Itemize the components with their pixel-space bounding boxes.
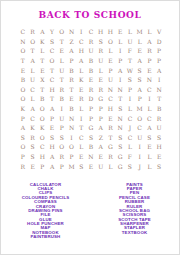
grid-cell: O <box>37 113 47 123</box>
grid-cell: S <box>115 104 125 114</box>
grid-cell: P <box>57 123 67 133</box>
grid-cell: S <box>57 133 67 143</box>
grid-cell: A <box>115 65 125 75</box>
grid-cell: C <box>125 133 135 143</box>
grid-cell: P <box>135 94 145 104</box>
grid-cell: E <box>96 75 106 85</box>
grid-cell: K <box>76 75 86 85</box>
grid-cell: T <box>37 56 47 66</box>
grid-cell: C <box>145 113 155 123</box>
grid-cell: G <box>86 123 96 133</box>
grid-cell: U <box>28 75 38 85</box>
grid-cell: T <box>47 94 57 104</box>
grid-cell: A <box>28 104 38 114</box>
grid-cell: A <box>47 152 57 162</box>
grid-cell: F <box>125 152 135 162</box>
grid-cell: L <box>76 104 86 114</box>
grid-cell: P <box>154 46 164 56</box>
grid-cell: S <box>28 152 38 162</box>
grid-cell: S <box>154 161 164 171</box>
grid-cell: C <box>145 85 155 95</box>
grid-cell: L <box>76 142 86 152</box>
grid-cell: E <box>145 142 155 152</box>
grid-cell: H <box>96 27 106 37</box>
grid-cell: O <box>18 94 28 104</box>
grid-cell: Y <box>47 27 57 37</box>
grid-cell: S <box>125 75 135 85</box>
grid-cell: N <box>115 123 125 133</box>
grid-cell: H <box>154 142 164 152</box>
grid-cell: G <box>96 94 106 104</box>
grid-cell: S <box>28 142 38 152</box>
grid-cell: U <box>135 133 145 143</box>
grid-cell: R <box>86 85 96 95</box>
grid-cell: E <box>37 65 47 75</box>
grid-cell: J <box>125 123 135 133</box>
grid-cell: B <box>86 142 96 152</box>
grid-cell: T <box>67 85 77 95</box>
grid-cell: P <box>125 85 135 95</box>
grid-cell: S <box>135 75 145 85</box>
grid-cell: L <box>28 94 38 104</box>
grid-cell: O <box>67 142 77 152</box>
grid-cell: T <box>57 75 67 85</box>
grid-cell: I <box>67 133 77 143</box>
grid-cell: P <box>47 113 57 123</box>
grid-cell: I <box>135 152 145 162</box>
grid-cell: T <box>28 46 38 56</box>
grid-cell: A <box>135 56 145 66</box>
grid-cell: R <box>67 75 77 85</box>
grid-cell: A <box>67 46 77 56</box>
grid-cell: E <box>106 56 116 66</box>
grid-cell: E <box>86 161 96 171</box>
grid-cell: C <box>106 94 116 104</box>
grid-cell: A <box>96 142 106 152</box>
grid-cell: P <box>154 56 164 66</box>
grid-cell: S <box>47 37 57 47</box>
grid-cell: C <box>125 113 135 123</box>
grid-cell: C <box>37 142 47 152</box>
grid-cell: J <box>135 161 145 171</box>
grid-cell: S <box>154 133 164 143</box>
grid-cell: P <box>37 161 47 171</box>
grid-cell: K <box>37 123 47 133</box>
grid-cell: O <box>18 142 28 152</box>
grid-cell: E <box>145 65 155 75</box>
grid-cell: O <box>57 142 67 152</box>
word-list-left: CALCULATORCHALKCLIPSCOLOURED PENCILSCOMP… <box>13 182 78 239</box>
grid-cell: A <box>47 104 57 114</box>
grid-cell: R <box>106 123 116 133</box>
grid-cell: V <box>154 27 164 37</box>
grid-cell: A <box>28 56 38 66</box>
grid-cell: L <box>145 161 155 171</box>
grid-cell: U <box>57 65 67 75</box>
grid-cell: T <box>47 65 57 75</box>
grid-cell: K <box>28 123 38 133</box>
grid-cell: R <box>145 46 155 56</box>
grid-cell: L <box>28 65 38 75</box>
grid-cell: L <box>115 37 125 47</box>
grid-cell: D <box>154 37 164 47</box>
grid-cell: S <box>86 133 96 143</box>
grid-cell: R <box>76 94 86 104</box>
grid-cell: B <box>86 65 96 75</box>
grid-cell: I <box>154 75 164 85</box>
grid-cell: A <box>18 123 28 133</box>
grid-cell: E <box>86 75 96 85</box>
grid-cell: G <box>115 152 125 162</box>
grid-cell: L <box>135 37 145 47</box>
worksheet-page: BACK TO SCHOOL CRAYONICHHELMLVNOKSTZCRSO… <box>0 0 180 255</box>
grid-cell: R <box>28 133 38 143</box>
grid-cell: R <box>86 37 96 47</box>
puzzle-title: BACK TO SCHOOL <box>1 10 179 20</box>
grid-cell: E <box>67 94 77 104</box>
grid-cell: H <box>106 27 116 37</box>
grid-cell: T <box>125 56 135 66</box>
grid-cell: L <box>145 152 155 162</box>
grid-cell: C <box>76 133 86 143</box>
word-list-right: PAINTSPAPERPENPENCIL CASERUBBERRULERSCHO… <box>102 182 167 239</box>
grid-cell: T <box>76 123 86 133</box>
grid-cell: N <box>67 27 77 37</box>
grid-cell: E <box>115 27 125 37</box>
grid-cell: A <box>47 161 57 171</box>
grid-cell: P <box>86 113 96 123</box>
grid-cell: E <box>18 65 28 75</box>
grid-cell: N <box>145 75 155 85</box>
grid-cell: S <box>145 133 155 143</box>
grid-cell: P <box>57 161 67 171</box>
grid-cell: E <box>154 152 164 162</box>
grid-cell: E <box>76 85 86 95</box>
grid-cell: U <box>125 37 135 47</box>
grid-cell: L <box>57 56 67 66</box>
grid-cell: C <box>47 46 57 56</box>
grid-cell: R <box>57 85 67 95</box>
grid-cell: I <box>115 46 125 56</box>
grid-cell: H <box>37 152 47 162</box>
grid-cell: I <box>57 104 67 114</box>
grid-cell: F <box>125 46 135 56</box>
grid-cell: L <box>125 104 135 114</box>
grid-cell: R <box>96 46 106 56</box>
grid-cell: L <box>125 142 135 152</box>
grid-cell: L <box>145 104 155 114</box>
grid-cell: N <box>18 37 28 47</box>
grid-cell: L <box>96 65 106 75</box>
grid-cell: S <box>115 142 125 152</box>
grid-cell: B <box>18 75 28 85</box>
grid-cell: A <box>135 85 145 95</box>
grid-cell: B <box>86 56 96 66</box>
grid-cell: A <box>37 27 47 37</box>
grid-cell: C <box>76 37 86 47</box>
grid-cell: A <box>96 123 106 133</box>
grid-cell: O <box>18 46 28 56</box>
grid-cell: R <box>18 161 28 171</box>
grid-cell: I <box>76 27 86 37</box>
grid-cell: U <box>57 113 67 123</box>
grid-cell: L <box>106 46 116 56</box>
grid-cell: M <box>135 104 145 114</box>
grid-cell: O <box>37 104 47 114</box>
grid-cell: L <box>125 27 135 37</box>
grid-cell: N <box>67 113 77 123</box>
word-item: PAINTBRUSH <box>13 235 78 239</box>
grid-cell: B <box>37 94 47 104</box>
grid-cell: P <box>96 113 106 123</box>
grid-cell: I <box>76 113 86 123</box>
grid-cell: N <box>115 85 125 95</box>
grid-cell: B <box>67 65 77 75</box>
grid-cell: S <box>47 133 57 143</box>
grid-cell: U <box>96 161 106 171</box>
grid-cell: I <box>135 142 145 152</box>
grid-cell: N <box>115 113 125 123</box>
grid-cell: X <box>37 75 47 85</box>
grid-cell: P <box>145 56 155 66</box>
grid-cell: S <box>18 133 28 143</box>
grid-cell: S <box>96 37 106 47</box>
grid-cell: P <box>86 104 96 114</box>
grid-cell: O <box>28 37 38 47</box>
grid-cell: B <box>67 104 77 114</box>
grid-cell: I <box>125 94 135 104</box>
grid-cell: R <box>154 113 164 123</box>
grid-cell: P <box>67 56 77 66</box>
grid-cell: K <box>37 37 47 47</box>
grid-cell: W <box>125 65 135 75</box>
grid-cell: L <box>37 46 47 56</box>
grid-cell: E <box>76 152 86 162</box>
grid-cell: B <box>57 94 67 104</box>
grid-cell: C <box>18 27 28 37</box>
grid-cell: O <box>47 56 57 66</box>
grid-cell: C <box>86 27 96 37</box>
grid-cell: T <box>37 85 47 95</box>
grid-cell: A <box>145 37 155 47</box>
grid-cell: P <box>18 113 28 123</box>
grid-cell: R <box>57 152 67 162</box>
grid-cell: C <box>28 113 38 123</box>
grid-cell: M <box>135 27 145 37</box>
grid-cell: H <box>76 46 86 56</box>
grid-cell: T <box>154 94 164 104</box>
grid-cell: G <box>106 142 116 152</box>
grid-cell: O <box>18 85 28 95</box>
grid-cell: B <box>154 104 164 114</box>
grid-cell: P <box>115 56 125 66</box>
grid-cell: A <box>76 56 86 66</box>
grid-cell: R <box>28 27 38 37</box>
grid-cell: L <box>106 161 116 171</box>
grid-cell: T <box>57 37 67 47</box>
grid-cell: S <box>115 133 125 143</box>
grid-cell: I <box>145 94 155 104</box>
grid-cell: O <box>106 37 116 47</box>
grid-cell: I <box>115 75 125 85</box>
grid-cell: H <box>47 142 57 152</box>
grid-cell: T <box>115 94 125 104</box>
grid-cell: C <box>28 85 38 95</box>
grid-cell: P <box>106 65 116 75</box>
grid-cell: N <box>67 123 77 133</box>
grid-cell: N <box>106 85 116 95</box>
grid-cell: G <box>115 161 125 171</box>
grid-cell: A <box>145 123 155 133</box>
word-search-grid: CRAYONICHHELMLVNOKSTZCRSOLULADOTLCEAHURL… <box>18 27 164 171</box>
grid-cell: P <box>96 104 106 114</box>
grid-cell: M <box>67 161 77 171</box>
grid-cell: T <box>106 133 116 143</box>
grid-cell: O <box>37 133 47 143</box>
grid-cell: E <box>135 46 145 56</box>
grid-cell: U <box>106 75 116 85</box>
grid-cell: L <box>76 65 86 75</box>
grid-cell: A <box>154 65 164 75</box>
grid-cell: E <box>47 123 57 133</box>
grid-cell: S <box>135 65 145 75</box>
grid-cell: N <box>86 152 96 162</box>
grid-cell: P <box>18 152 28 162</box>
grid-cell: H <box>47 85 57 95</box>
grid-cell: R <box>106 152 116 162</box>
grid-cell: P <box>67 152 77 162</box>
word-list: CALCULATORCHALKCLIPSCOLOURED PENCILSCOMP… <box>1 182 179 255</box>
grid-cell: R <box>96 85 106 95</box>
grid-cell: H <box>106 104 116 114</box>
grid-cell: L <box>145 27 155 37</box>
grid-cell: C <box>47 75 57 85</box>
grid-cell: U <box>154 123 164 133</box>
grid-cell: S <box>125 161 135 171</box>
grid-cell: Z <box>67 37 77 47</box>
grid-cell: E <box>28 161 38 171</box>
grid-cell: S <box>76 161 86 171</box>
grid-cell: Z <box>96 133 106 143</box>
grid-cell: O <box>57 27 67 37</box>
word-item: TEXTBOOK <box>102 230 167 234</box>
grid-cell: U <box>96 56 106 66</box>
grid-cell: E <box>106 113 116 123</box>
grid-cell: T <box>18 56 28 66</box>
grid-cell: K <box>18 104 28 114</box>
grid-cell: E <box>96 152 106 162</box>
grid-cell: D <box>86 94 96 104</box>
grid-cell: C <box>135 123 145 133</box>
grid-cell: O <box>135 113 145 123</box>
grid-cell: U <box>86 46 96 56</box>
grid-cell: N <box>154 85 164 95</box>
grid-cell: E <box>57 46 67 56</box>
